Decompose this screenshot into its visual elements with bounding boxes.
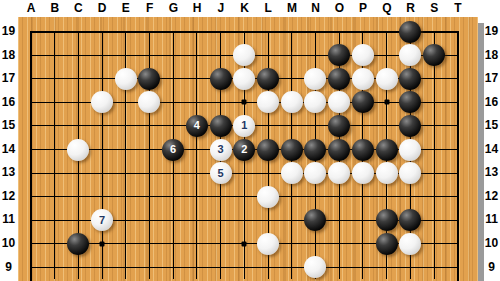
intersection-G10[interactable] [161, 232, 185, 256]
intersection-O17[interactable] [327, 67, 351, 91]
intersection-L12[interactable] [256, 185, 280, 209]
row-label-left-13: 13 [0, 165, 17, 180]
intersection-Q14[interactable] [375, 138, 399, 162]
intersection-G15[interactable] [161, 114, 185, 138]
intersection-F16[interactable] [138, 91, 162, 115]
row-label-right-19: 19 [483, 24, 500, 39]
row-label-right-13: 13 [483, 165, 500, 180]
stone-black-R19 [399, 21, 421, 43]
intersection-J16[interactable] [209, 91, 233, 115]
intersection-C11[interactable] [66, 208, 90, 232]
intersection-J18[interactable] [209, 44, 233, 68]
intersection-O11[interactable] [327, 208, 351, 232]
intersection-B13[interactable] [43, 161, 67, 185]
row-label-left-10: 10 [0, 236, 17, 251]
stone-white-O16 [328, 91, 350, 113]
intersection-P15[interactable] [351, 114, 375, 138]
intersection-E15[interactable] [114, 114, 138, 138]
intersection-M11[interactable] [280, 208, 304, 232]
intersection-H9[interactable] [185, 255, 209, 279]
intersection-L13[interactable] [256, 161, 280, 185]
intersection-D15[interactable] [90, 114, 114, 138]
stone-black-M14 [281, 139, 303, 161]
stone-white-P17 [352, 68, 374, 90]
stone-black-P16 [352, 91, 374, 113]
intersection-D10[interactable] [90, 232, 114, 256]
intersection-Q13[interactable] [375, 161, 399, 185]
stone-white-E17 [115, 68, 137, 90]
stone-black-O17 [328, 68, 350, 90]
intersection-O14[interactable] [327, 138, 351, 162]
row-label-right-11: 11 [483, 212, 500, 227]
column-label-H: H [186, 1, 208, 16]
go-game-screenshot: 4163257 ABCDEFGHJKLMNOPQRST1919181817171… [0, 0, 500, 281]
stone-white-N13 [304, 162, 326, 184]
intersection-H18[interactable] [185, 44, 209, 68]
intersection-P9[interactable] [351, 255, 375, 279]
stone-white-P18 [352, 44, 374, 66]
intersection-M9[interactable] [280, 255, 304, 279]
intersection-Q11[interactable] [375, 208, 399, 232]
intersection-Q9[interactable] [375, 255, 399, 279]
intersection-O12[interactable] [327, 185, 351, 209]
intersection-N9[interactable] [304, 255, 328, 279]
stone-black-N14 [304, 139, 326, 161]
intersection-M18[interactable] [280, 44, 304, 68]
intersection-G14[interactable]: 6 [161, 138, 185, 162]
intersection-S17[interactable] [422, 67, 446, 91]
intersection-M15[interactable] [280, 114, 304, 138]
stone-black-Q11 [376, 209, 398, 231]
column-label-C: C [67, 1, 89, 16]
intersection-E12[interactable] [114, 185, 138, 209]
row-label-left-16: 16 [0, 95, 17, 110]
intersection-G9[interactable] [161, 255, 185, 279]
intersection-B14[interactable] [43, 138, 67, 162]
stone-white-D11: 7 [91, 209, 113, 231]
column-label-R: R [400, 1, 422, 16]
stone-black-R17 [399, 68, 421, 90]
board-grid: 4163257 [19, 20, 470, 279]
column-label-F: F [139, 1, 161, 16]
intersection-G13[interactable] [161, 161, 185, 185]
intersection-L11[interactable] [256, 208, 280, 232]
intersection-R18[interactable] [399, 44, 423, 68]
stone-white-K18 [233, 44, 255, 66]
intersection-N10[interactable] [304, 232, 328, 256]
intersection-B15[interactable] [43, 114, 67, 138]
stone-black-C10 [67, 233, 89, 255]
intersection-F12[interactable] [138, 185, 162, 209]
intersection-P12[interactable] [351, 185, 375, 209]
intersection-R9[interactable] [399, 255, 423, 279]
column-label-N: N [305, 1, 327, 16]
intersection-S15[interactable] [422, 114, 446, 138]
intersection-N17[interactable] [304, 67, 328, 91]
intersection-O9[interactable] [327, 255, 351, 279]
move-number-4: 4 [194, 120, 200, 131]
intersection-Q16[interactable] [375, 91, 399, 115]
intersection-F11[interactable] [138, 208, 162, 232]
intersection-Q10[interactable] [375, 232, 399, 256]
stone-black-P14 [352, 139, 374, 161]
intersection-O13[interactable] [327, 161, 351, 185]
stone-black-J17 [210, 68, 232, 90]
intersection-J12[interactable] [209, 185, 233, 209]
intersection-S10[interactable] [422, 232, 446, 256]
row-label-left-14: 14 [0, 142, 17, 157]
intersection-N15[interactable] [304, 114, 328, 138]
intersection-K10[interactable] [232, 232, 256, 256]
stone-white-L16 [257, 91, 279, 113]
intersection-Q15[interactable] [375, 114, 399, 138]
stone-white-K17 [233, 68, 255, 90]
intersection-L17[interactable] [256, 67, 280, 91]
intersection-R11[interactable] [399, 208, 423, 232]
board-top-edge [30, 31, 459, 33]
intersection-N14[interactable] [304, 138, 328, 162]
stone-white-O13 [328, 162, 350, 184]
intersection-J9[interactable] [209, 255, 233, 279]
intersection-K18[interactable] [232, 44, 256, 68]
intersection-K14[interactable]: 2 [232, 138, 256, 162]
row-label-right-18: 18 [483, 48, 500, 63]
intersection-K13[interactable] [232, 161, 256, 185]
intersection-N16[interactable] [304, 91, 328, 115]
column-label-M: M [281, 1, 303, 16]
move-number-5: 5 [218, 168, 224, 179]
intersection-O10[interactable] [327, 232, 351, 256]
stone-black-O18 [328, 44, 350, 66]
column-label-S: S [423, 1, 445, 16]
row-label-right-14: 14 [483, 142, 500, 157]
move-number-3: 3 [218, 144, 224, 155]
board-left-edge [30, 31, 32, 281]
intersection-G17[interactable] [161, 67, 185, 91]
intersection-E11[interactable] [114, 208, 138, 232]
intersection-S13[interactable] [422, 161, 446, 185]
column-label-D: D [91, 1, 113, 16]
intersection-S12[interactable] [422, 185, 446, 209]
intersection-H14[interactable] [185, 138, 209, 162]
column-label-A: A [20, 1, 42, 16]
row-label-right-15: 15 [483, 118, 500, 133]
intersection-H11[interactable] [185, 208, 209, 232]
intersection-M17[interactable] [280, 67, 304, 91]
intersection-K11[interactable] [232, 208, 256, 232]
intersection-B12[interactable] [43, 185, 67, 209]
row-label-left-19: 19 [0, 24, 17, 39]
stone-white-R14 [399, 139, 421, 161]
stone-black-H15: 4 [186, 115, 208, 137]
intersection-E13[interactable] [114, 161, 138, 185]
intersection-Q12[interactable] [375, 185, 399, 209]
intersection-O15[interactable] [327, 114, 351, 138]
column-label-J: J [210, 1, 232, 16]
row-label-left-11: 11 [0, 212, 17, 227]
intersection-P17[interactable] [351, 67, 375, 91]
stone-white-L10 [257, 233, 279, 255]
column-label-G: G [162, 1, 184, 16]
stone-white-N9 [304, 256, 326, 278]
intersection-B9[interactable] [43, 255, 67, 279]
stone-black-S18 [423, 44, 445, 66]
intersection-P13[interactable] [351, 161, 375, 185]
move-number-7: 7 [99, 215, 105, 226]
stone-black-G14: 6 [162, 139, 184, 161]
star-point-Q16 [384, 100, 389, 105]
intersection-B18[interactable] [43, 44, 67, 68]
stone-white-R18 [399, 44, 421, 66]
intersection-F15[interactable] [138, 114, 162, 138]
intersection-R14[interactable] [399, 138, 423, 162]
stone-black-R16 [399, 91, 421, 113]
intersection-D14[interactable] [90, 138, 114, 162]
intersection-C17[interactable] [66, 67, 90, 91]
stone-black-Q14 [376, 139, 398, 161]
intersection-M12[interactable] [280, 185, 304, 209]
move-number-6: 6 [170, 144, 176, 155]
star-point-K16 [242, 100, 247, 105]
column-label-L: L [257, 1, 279, 16]
stone-white-N16 [304, 91, 326, 113]
intersection-G18[interactable] [161, 44, 185, 68]
intersection-R15[interactable] [399, 114, 423, 138]
intersection-D16[interactable] [90, 91, 114, 115]
stone-white-Q17 [376, 68, 398, 90]
column-label-T: T [447, 1, 469, 16]
intersection-H12[interactable] [185, 185, 209, 209]
intersection-D9[interactable] [90, 255, 114, 279]
column-label-O: O [328, 1, 350, 16]
column-label-K: K [233, 1, 255, 16]
stone-black-L14 [257, 139, 279, 161]
intersection-J17[interactable] [209, 67, 233, 91]
intersection-S18[interactable] [422, 44, 446, 68]
intersection-K12[interactable] [232, 185, 256, 209]
board-right-edge [457, 31, 459, 281]
intersection-R16[interactable] [399, 91, 423, 115]
intersection-C14[interactable] [66, 138, 90, 162]
row-label-right-17: 17 [483, 71, 500, 86]
intersection-C12[interactable] [66, 185, 90, 209]
move-number-2: 2 [241, 144, 247, 155]
intersection-S9[interactable] [422, 255, 446, 279]
intersection-B11[interactable] [43, 208, 67, 232]
intersection-S16[interactable] [422, 91, 446, 115]
stone-black-L17 [257, 68, 279, 90]
intersection-S14[interactable] [422, 138, 446, 162]
stone-black-Q10 [376, 233, 398, 255]
intersection-L10[interactable] [256, 232, 280, 256]
intersection-F13[interactable] [138, 161, 162, 185]
intersection-M10[interactable] [280, 232, 304, 256]
stone-white-Q13 [376, 162, 398, 184]
stone-white-M16 [281, 91, 303, 113]
intersection-R17[interactable] [399, 67, 423, 91]
intersection-L9[interactable] [256, 255, 280, 279]
intersection-N18[interactable] [304, 44, 328, 68]
intersection-Q17[interactable] [375, 67, 399, 91]
intersection-C10[interactable] [66, 232, 90, 256]
row-label-left-9: 9 [0, 260, 17, 275]
intersection-K9[interactable] [232, 255, 256, 279]
intersection-S11[interactable] [422, 208, 446, 232]
intersection-D13[interactable] [90, 161, 114, 185]
stone-black-O15 [328, 115, 350, 137]
intersection-E18[interactable] [114, 44, 138, 68]
column-label-E: E [115, 1, 137, 16]
intersection-F9[interactable] [138, 255, 162, 279]
intersection-G16[interactable] [161, 91, 185, 115]
stone-white-J14: 3 [210, 139, 232, 161]
intersection-C18[interactable] [66, 44, 90, 68]
intersection-C16[interactable] [66, 91, 90, 115]
column-label-P: P [352, 1, 374, 16]
stone-white-P13 [352, 162, 374, 184]
intersection-J11[interactable] [209, 208, 233, 232]
intersection-F17[interactable] [138, 67, 162, 91]
stone-white-R10 [399, 233, 421, 255]
stone-white-C14 [67, 139, 89, 161]
intersection-P14[interactable] [351, 138, 375, 162]
stone-black-O14 [328, 139, 350, 161]
stone-white-F16 [138, 91, 160, 113]
stone-white-K15: 1 [233, 115, 255, 137]
intersection-B17[interactable] [43, 67, 67, 91]
intersection-M14[interactable] [280, 138, 304, 162]
intersection-B16[interactable] [43, 91, 67, 115]
intersection-R10[interactable] [399, 232, 423, 256]
intersection-B10[interactable] [43, 232, 67, 256]
intersection-D12[interactable] [90, 185, 114, 209]
intersection-P18[interactable] [351, 44, 375, 68]
intersection-J15[interactable] [209, 114, 233, 138]
intersection-N11[interactable] [304, 208, 328, 232]
stone-white-L12 [257, 186, 279, 208]
stone-black-J15 [210, 115, 232, 137]
intersection-L18[interactable] [256, 44, 280, 68]
intersection-H16[interactable] [185, 91, 209, 115]
intersection-M13[interactable] [280, 161, 304, 185]
intersection-J13[interactable]: 5 [209, 161, 233, 185]
stone-black-R15 [399, 115, 421, 137]
intersection-F18[interactable] [138, 44, 162, 68]
intersection-P16[interactable] [351, 91, 375, 115]
intersection-O18[interactable] [327, 44, 351, 68]
star-point-K10 [242, 241, 247, 246]
intersection-J10[interactable] [209, 232, 233, 256]
intersection-E14[interactable] [114, 138, 138, 162]
intersection-O16[interactable] [327, 91, 351, 115]
intersection-Q18[interactable] [375, 44, 399, 68]
intersection-F10[interactable] [138, 232, 162, 256]
intersection-G11[interactable] [161, 208, 185, 232]
intersection-C9[interactable] [66, 255, 90, 279]
intersection-J14[interactable]: 3 [209, 138, 233, 162]
intersection-R19[interactable] [399, 20, 423, 44]
intersection-E10[interactable] [114, 232, 138, 256]
intersection-M16[interactable] [280, 91, 304, 115]
row-label-right-12: 12 [483, 189, 500, 204]
intersection-C13[interactable] [66, 161, 90, 185]
intersection-D17[interactable] [90, 67, 114, 91]
stone-black-F17 [138, 68, 160, 90]
stone-white-N17 [304, 68, 326, 90]
intersection-L15[interactable] [256, 114, 280, 138]
intersection-N12[interactable] [304, 185, 328, 209]
intersection-N13[interactable] [304, 161, 328, 185]
row-label-right-9: 9 [483, 260, 500, 275]
row-label-left-18: 18 [0, 48, 17, 63]
intersection-H10[interactable] [185, 232, 209, 256]
row-label-right-16: 16 [483, 95, 500, 110]
intersection-P11[interactable] [351, 208, 375, 232]
stone-white-R13 [399, 162, 421, 184]
intersection-K16[interactable] [232, 91, 256, 115]
stone-black-K14: 2 [233, 139, 255, 161]
intersection-K17[interactable] [232, 67, 256, 91]
row-label-left-12: 12 [0, 189, 17, 204]
star-point-D10 [100, 241, 105, 246]
intersection-C15[interactable] [66, 114, 90, 138]
intersection-H17[interactable] [185, 67, 209, 91]
move-number-1: 1 [241, 120, 247, 131]
intersection-D18[interactable] [90, 44, 114, 68]
stone-white-J13: 5 [210, 162, 232, 184]
intersection-P10[interactable] [351, 232, 375, 256]
stone-white-M13 [281, 162, 303, 184]
row-label-left-17: 17 [0, 71, 17, 86]
row-label-left-15: 15 [0, 118, 17, 133]
intersection-R12[interactable] [399, 185, 423, 209]
intersection-E17[interactable] [114, 67, 138, 91]
intersection-F14[interactable] [138, 138, 162, 162]
intersection-K15[interactable]: 1 [232, 114, 256, 138]
row-label-right-10: 10 [483, 236, 500, 251]
stone-black-R11 [399, 209, 421, 231]
intersection-E9[interactable] [114, 255, 138, 279]
column-label-Q: Q [376, 1, 398, 16]
intersection-L16[interactable] [256, 91, 280, 115]
stone-black-N11 [304, 209, 326, 231]
intersection-D11[interactable]: 7 [90, 208, 114, 232]
intersection-L14[interactable] [256, 138, 280, 162]
column-label-B: B [44, 1, 66, 16]
intersection-H13[interactable] [185, 161, 209, 185]
stone-white-D16 [91, 91, 113, 113]
intersection-E16[interactable] [114, 91, 138, 115]
intersection-H15[interactable]: 4 [185, 114, 209, 138]
intersection-R13[interactable] [399, 161, 423, 185]
intersection-G12[interactable] [161, 185, 185, 209]
